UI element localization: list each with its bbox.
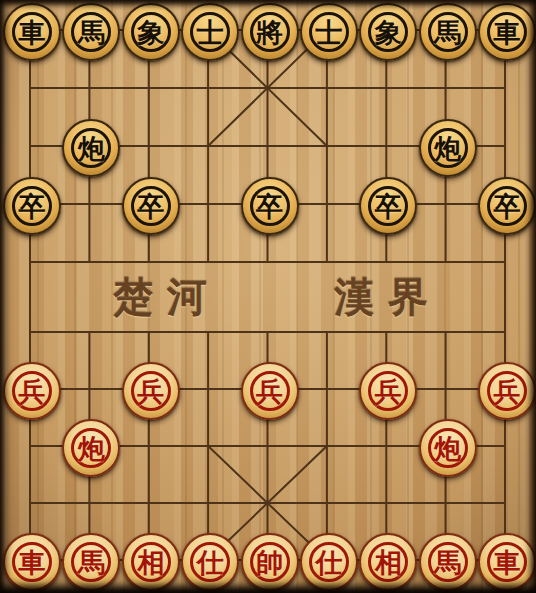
black-soldier-5-glyph: 卒 xyxy=(487,186,527,226)
red-cannon-right[interactable]: 炮 xyxy=(419,419,477,477)
black-chariot-right-glyph: 車 xyxy=(487,12,527,52)
black-horse-right[interactable]: 馬 xyxy=(419,3,477,61)
black-soldier-4[interactable]: 卒 xyxy=(359,177,417,235)
black-chariot-left-glyph: 車 xyxy=(12,12,52,52)
red-horse-left-glyph: 馬 xyxy=(71,542,111,582)
black-advisor-left[interactable]: 士 xyxy=(181,3,239,61)
red-chariot-right[interactable]: 車 xyxy=(478,533,536,591)
black-advisor-right[interactable]: 士 xyxy=(300,3,358,61)
black-general-glyph: 將 xyxy=(250,12,290,52)
red-general-glyph: 帥 xyxy=(250,542,290,582)
black-cannon-right-glyph: 炮 xyxy=(428,128,468,168)
red-elephant-right[interactable]: 相 xyxy=(359,533,417,591)
red-soldier-1-glyph: 兵 xyxy=(12,371,52,411)
black-cannon-left-glyph: 炮 xyxy=(71,128,111,168)
black-cannon-left[interactable]: 炮 xyxy=(62,119,120,177)
black-horse-left[interactable]: 馬 xyxy=(62,3,120,61)
black-elephant-left[interactable]: 象 xyxy=(122,3,180,61)
pieces-layer: 車馬象士將士象馬車炮炮卒卒卒卒卒兵兵兵兵兵炮炮車馬相仕帥仕相馬車 xyxy=(0,0,536,593)
black-chariot-right[interactable]: 車 xyxy=(478,3,536,61)
black-cannon-right[interactable]: 炮 xyxy=(419,119,477,177)
red-chariot-right-glyph: 車 xyxy=(487,542,527,582)
red-soldier-3-glyph: 兵 xyxy=(250,371,290,411)
black-general[interactable]: 將 xyxy=(241,3,299,61)
black-soldier-2-glyph: 卒 xyxy=(131,186,171,226)
red-soldier-4[interactable]: 兵 xyxy=(359,362,417,420)
black-advisor-left-glyph: 士 xyxy=(190,12,230,52)
black-soldier-4-glyph: 卒 xyxy=(368,186,408,226)
red-cannon-right-glyph: 炮 xyxy=(428,428,468,468)
black-soldier-5[interactable]: 卒 xyxy=(478,177,536,235)
red-soldier-2-glyph: 兵 xyxy=(131,371,171,411)
red-soldier-5-glyph: 兵 xyxy=(487,371,527,411)
red-cannon-left-glyph: 炮 xyxy=(71,428,111,468)
black-soldier-1-glyph: 卒 xyxy=(12,186,52,226)
black-elephant-right[interactable]: 象 xyxy=(359,3,417,61)
black-soldier-3[interactable]: 卒 xyxy=(241,177,299,235)
red-horse-right[interactable]: 馬 xyxy=(419,533,477,591)
black-advisor-right-glyph: 士 xyxy=(309,12,349,52)
black-elephant-left-glyph: 象 xyxy=(131,12,171,52)
red-soldier-5[interactable]: 兵 xyxy=(478,362,536,420)
red-horse-right-glyph: 馬 xyxy=(428,542,468,582)
red-elephant-right-glyph: 相 xyxy=(368,542,408,582)
red-cannon-left[interactable]: 炮 xyxy=(62,419,120,477)
black-soldier-1[interactable]: 卒 xyxy=(3,177,61,235)
red-chariot-left-glyph: 車 xyxy=(12,542,52,582)
red-soldier-2[interactable]: 兵 xyxy=(122,362,180,420)
black-soldier-3-glyph: 卒 xyxy=(250,186,290,226)
red-chariot-left[interactable]: 車 xyxy=(3,533,61,591)
red-soldier-1[interactable]: 兵 xyxy=(3,362,61,420)
red-advisor-right[interactable]: 仕 xyxy=(300,533,358,591)
red-advisor-left[interactable]: 仕 xyxy=(181,533,239,591)
red-general[interactable]: 帥 xyxy=(241,533,299,591)
black-elephant-right-glyph: 象 xyxy=(368,12,408,52)
red-soldier-3[interactable]: 兵 xyxy=(241,362,299,420)
red-elephant-left-glyph: 相 xyxy=(131,542,171,582)
red-soldier-4-glyph: 兵 xyxy=(368,371,408,411)
black-soldier-2[interactable]: 卒 xyxy=(122,177,180,235)
black-horse-right-glyph: 馬 xyxy=(428,12,468,52)
xiangqi-board: 楚河 漢界 車馬象士將士象馬車炮炮卒卒卒卒卒兵兵兵兵兵炮炮車馬相仕帥仕相馬車 xyxy=(0,0,536,593)
red-advisor-right-glyph: 仕 xyxy=(309,542,349,582)
red-horse-left[interactable]: 馬 xyxy=(62,533,120,591)
black-horse-left-glyph: 馬 xyxy=(71,12,111,52)
red-elephant-left[interactable]: 相 xyxy=(122,533,180,591)
red-advisor-left-glyph: 仕 xyxy=(190,542,230,582)
black-chariot-left[interactable]: 車 xyxy=(3,3,61,61)
